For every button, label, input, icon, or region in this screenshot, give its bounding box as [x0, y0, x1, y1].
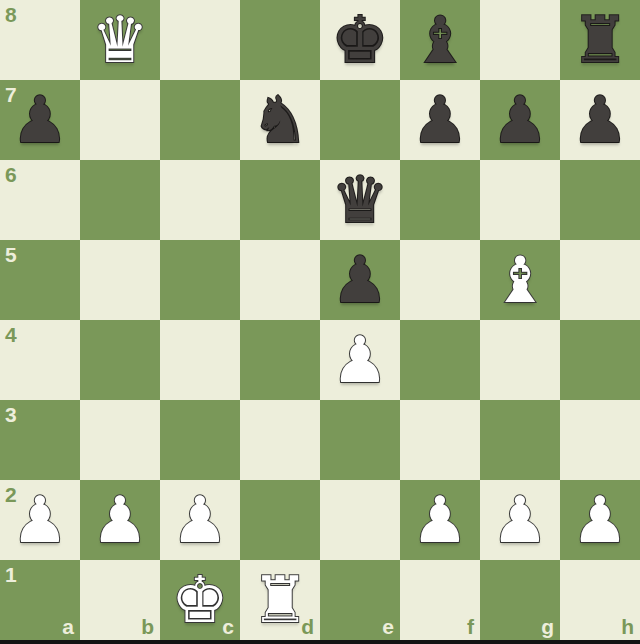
piece-white-rook[interactable]: ♜: [251, 560, 308, 640]
square-b4[interactable]: [80, 320, 160, 400]
rank-label-1: 1: [5, 564, 17, 585]
square-f6[interactable]: [400, 160, 480, 240]
file-label-h: h: [621, 616, 634, 637]
square-e3[interactable]: [320, 400, 400, 480]
piece-white-pawn[interactable]: ♟: [331, 320, 388, 400]
square-d7[interactable]: ♞: [240, 80, 320, 160]
square-d5[interactable]: [240, 240, 320, 320]
square-g3[interactable]: [480, 400, 560, 480]
square-b1[interactable]: b: [80, 560, 160, 640]
square-d2[interactable]: [240, 480, 320, 560]
square-g8[interactable]: [480, 0, 560, 80]
piece-white-pawn[interactable]: ♟: [491, 480, 548, 560]
square-b7[interactable]: [80, 80, 160, 160]
square-g4[interactable]: [480, 320, 560, 400]
square-g6[interactable]: [480, 160, 560, 240]
square-g1[interactable]: g: [480, 560, 560, 640]
square-g7[interactable]: ♟: [480, 80, 560, 160]
square-b6[interactable]: [80, 160, 160, 240]
square-a4[interactable]: 4: [0, 320, 80, 400]
piece-white-pawn[interactable]: ♟: [571, 480, 628, 560]
square-b5[interactable]: [80, 240, 160, 320]
piece-white-king[interactable]: ♚: [171, 560, 228, 640]
bottom-bar: [0, 640, 640, 644]
square-h3[interactable]: [560, 400, 640, 480]
square-a8[interactable]: 8: [0, 0, 80, 80]
square-g2[interactable]: ♟: [480, 480, 560, 560]
square-a6[interactable]: 6: [0, 160, 80, 240]
square-a5[interactable]: 5: [0, 240, 80, 320]
rank-label-6: 6: [5, 164, 17, 185]
square-c7[interactable]: [160, 80, 240, 160]
square-h2[interactable]: ♟: [560, 480, 640, 560]
square-c1[interactable]: c♚: [160, 560, 240, 640]
chess-board: 8♛♚♝♜7♟♞♟♟♟6♛5♟♝4♟32♟♟♟♟♟♟1abc♚d♜efgh: [0, 0, 640, 640]
file-label-a: a: [62, 616, 74, 637]
square-a3[interactable]: 3: [0, 400, 80, 480]
rank-label-5: 5: [5, 244, 17, 265]
file-label-f: f: [467, 616, 474, 637]
square-d6[interactable]: [240, 160, 320, 240]
square-b2[interactable]: ♟: [80, 480, 160, 560]
piece-white-queen[interactable]: ♛: [91, 0, 148, 80]
square-h1[interactable]: h: [560, 560, 640, 640]
square-c4[interactable]: [160, 320, 240, 400]
square-e7[interactable]: [320, 80, 400, 160]
file-label-b: b: [141, 616, 154, 637]
square-c6[interactable]: [160, 160, 240, 240]
square-f4[interactable]: [400, 320, 480, 400]
square-f5[interactable]: [400, 240, 480, 320]
square-d3[interactable]: [240, 400, 320, 480]
piece-black-queen[interactable]: ♛: [331, 160, 388, 240]
square-f3[interactable]: [400, 400, 480, 480]
file-label-g: g: [541, 616, 554, 637]
piece-black-king[interactable]: ♚: [331, 0, 388, 80]
piece-black-pawn[interactable]: ♟: [11, 80, 68, 160]
file-label-e: e: [382, 616, 394, 637]
square-e6[interactable]: ♛: [320, 160, 400, 240]
square-c3[interactable]: [160, 400, 240, 480]
square-a1[interactable]: 1a: [0, 560, 80, 640]
square-d4[interactable]: [240, 320, 320, 400]
piece-white-pawn[interactable]: ♟: [411, 480, 468, 560]
piece-white-pawn[interactable]: ♟: [11, 480, 68, 560]
piece-black-knight[interactable]: ♞: [251, 80, 308, 160]
piece-white-pawn[interactable]: ♟: [91, 480, 148, 560]
rank-label-4: 4: [5, 324, 17, 345]
piece-black-pawn[interactable]: ♟: [411, 80, 468, 160]
square-c8[interactable]: [160, 0, 240, 80]
square-b8[interactable]: ♛: [80, 0, 160, 80]
square-h4[interactable]: [560, 320, 640, 400]
piece-black-bishop[interactable]: ♝: [411, 0, 468, 80]
square-a2[interactable]: 2♟: [0, 480, 80, 560]
square-e5[interactable]: ♟: [320, 240, 400, 320]
square-h6[interactable]: [560, 160, 640, 240]
square-c5[interactable]: [160, 240, 240, 320]
square-h7[interactable]: ♟: [560, 80, 640, 160]
square-h8[interactable]: ♜: [560, 0, 640, 80]
square-f8[interactable]: ♝: [400, 0, 480, 80]
rank-label-3: 3: [5, 404, 17, 425]
square-c2[interactable]: ♟: [160, 480, 240, 560]
square-e2[interactable]: [320, 480, 400, 560]
piece-black-rook[interactable]: ♜: [571, 0, 628, 80]
square-g5[interactable]: ♝: [480, 240, 560, 320]
square-e1[interactable]: e: [320, 560, 400, 640]
piece-black-pawn[interactable]: ♟: [571, 80, 628, 160]
square-b3[interactable]: [80, 400, 160, 480]
square-d8[interactable]: [240, 0, 320, 80]
square-f7[interactable]: ♟: [400, 80, 480, 160]
square-h5[interactable]: [560, 240, 640, 320]
piece-black-pawn[interactable]: ♟: [331, 240, 388, 320]
piece-white-bishop[interactable]: ♝: [491, 240, 548, 320]
square-f1[interactable]: f: [400, 560, 480, 640]
square-a7[interactable]: 7♟: [0, 80, 80, 160]
square-e4[interactable]: ♟: [320, 320, 400, 400]
piece-black-pawn[interactable]: ♟: [491, 80, 548, 160]
square-f2[interactable]: ♟: [400, 480, 480, 560]
square-e8[interactable]: ♚: [320, 0, 400, 80]
piece-white-pawn[interactable]: ♟: [171, 480, 228, 560]
rank-label-8: 8: [5, 4, 17, 25]
square-d1[interactable]: d♜: [240, 560, 320, 640]
